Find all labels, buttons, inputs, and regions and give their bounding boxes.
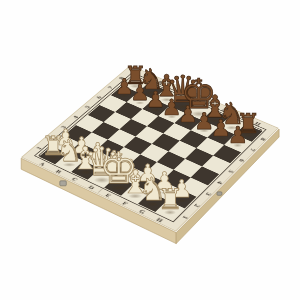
rank-label-right-6: 6 (239, 158, 246, 163)
rank-label-right-1: 1 (182, 215, 190, 220)
rank-label-left-2: 2 (48, 135, 55, 139)
metal-hinge (217, 192, 222, 196)
file-label-bottom-g: G (138, 209, 146, 215)
board-grid (39, 76, 262, 220)
rank-label-left-6: 6 (96, 95, 103, 99)
rank-label-right-2: 2 (194, 203, 202, 208)
file-label-top-f: F (221, 107, 228, 111)
rank-label-right-4: 4 (216, 180, 224, 185)
rank-label-left-5: 5 (84, 105, 91, 109)
rank-label-right-8: 8 (260, 137, 267, 141)
rank-label-left-1: 1 (35, 146, 42, 150)
file-label-bottom-d: D (87, 185, 95, 190)
file-label-top-e: E (205, 100, 212, 105)
rank-label-left-3: 3 (60, 125, 67, 129)
product-photo-chess-set: AABBCCDDEEFFGGHH8877665544332211 ♜♞♝♛♚♝♞… (0, 0, 300, 300)
file-label-bottom-f: F (121, 201, 128, 206)
rank-label-left-8: 8 (118, 76, 125, 80)
file-label-top-c: C (173, 86, 180, 90)
file-label-bottom-a: A (38, 162, 46, 167)
file-label-bottom-e: E (104, 193, 112, 198)
file-label-top-d: D (189, 93, 196, 98)
file-label-bottom-h: H (155, 217, 164, 223)
rank-label-left-4: 4 (72, 115, 79, 119)
file-label-bottom-b: B (54, 169, 62, 174)
chess-board: AABBCCDDEEFFGGHH8877665544332211 (21, 65, 279, 231)
file-label-top-g: G (237, 114, 244, 119)
file-label-top-a: A (142, 73, 149, 77)
file-label-bottom-c: C (71, 177, 79, 182)
rank-label-right-7: 7 (249, 147, 256, 151)
rank-label-right-5: 5 (228, 169, 235, 174)
rank-label-left-7: 7 (107, 85, 114, 89)
metal-latch (60, 181, 67, 186)
rank-label-right-3: 3 (205, 191, 213, 196)
file-label-top-h: H (254, 121, 262, 126)
file-label-top-b: B (157, 80, 164, 85)
